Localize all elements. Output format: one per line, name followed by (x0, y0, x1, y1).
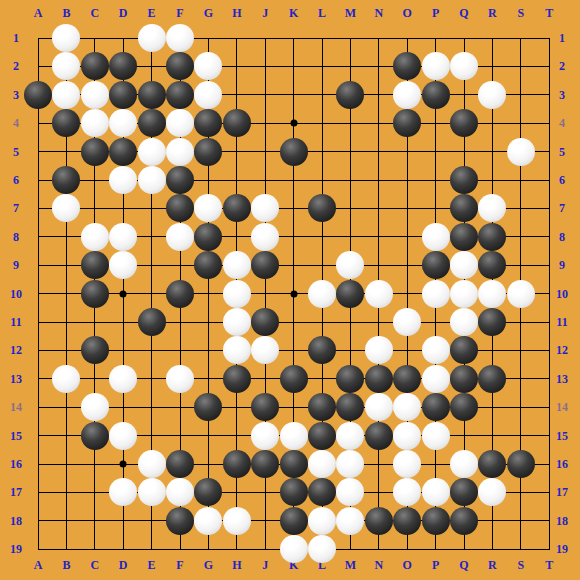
stone-black-L17[interactable] (308, 478, 336, 506)
stone-white-G7[interactable] (194, 194, 222, 222)
stone-white-O3[interactable] (393, 81, 421, 109)
stone-black-C2[interactable] (81, 52, 109, 80)
stone-black-G8[interactable] (194, 223, 222, 251)
star-point-K4 (290, 120, 297, 127)
stone-white-F4[interactable] (166, 109, 194, 137)
stone-white-F8[interactable] (166, 223, 194, 251)
coord-top-H: H (232, 7, 241, 19)
coord-top-M: M (345, 7, 356, 19)
stone-black-K16[interactable] (280, 450, 308, 478)
stone-black-H13[interactable] (223, 365, 251, 393)
stone-white-M15[interactable] (336, 422, 364, 450)
stone-white-L16[interactable] (308, 450, 336, 478)
coord-left-10: 10 (10, 288, 22, 300)
stone-black-H16[interactable] (223, 450, 251, 478)
stone-black-G5[interactable] (194, 138, 222, 166)
coord-left-13: 13 (10, 373, 22, 385)
stone-white-K19[interactable] (280, 535, 308, 563)
coord-right-6: 6 (559, 174, 565, 186)
stone-white-P15[interactable] (422, 422, 450, 450)
stone-white-J8[interactable] (251, 223, 279, 251)
stone-white-L10[interactable] (308, 280, 336, 308)
stone-black-C10[interactable] (81, 280, 109, 308)
stone-white-E1[interactable] (138, 24, 166, 52)
stone-black-E4[interactable] (138, 109, 166, 137)
stone-white-N10[interactable] (365, 280, 393, 308)
stone-black-Q18[interactable] (450, 507, 478, 535)
stone-black-Q14[interactable] (450, 393, 478, 421)
stone-black-G4[interactable] (194, 109, 222, 137)
stone-black-L12[interactable] (308, 336, 336, 364)
coord-right-9: 9 (559, 259, 565, 271)
stone-white-S10[interactable] (507, 280, 535, 308)
star-point-D16 (120, 461, 127, 468)
coord-left-6: 6 (13, 174, 19, 186)
stone-black-L15[interactable] (308, 422, 336, 450)
coord-right-19: 19 (556, 543, 568, 555)
stone-white-F5[interactable] (166, 138, 194, 166)
stone-white-C8[interactable] (81, 223, 109, 251)
coord-bottom-M: M (345, 559, 356, 571)
stone-white-M18[interactable] (336, 507, 364, 535)
stone-black-C5[interactable] (81, 138, 109, 166)
stone-black-Q17[interactable] (450, 478, 478, 506)
stone-black-O4[interactable] (393, 109, 421, 137)
stone-black-R8[interactable] (478, 223, 506, 251)
stone-white-Q9[interactable] (450, 251, 478, 279)
stone-black-K5[interactable] (280, 138, 308, 166)
coord-top-C: C (90, 7, 99, 19)
coord-bottom-B: B (62, 559, 70, 571)
goban[interactable]: AABBCCDDEEFFGGHHJJKKLLMMNNOOPPQQRRSSTT11… (0, 0, 580, 580)
stone-black-P14[interactable] (422, 393, 450, 421)
stone-black-Q6[interactable] (450, 166, 478, 194)
stone-black-P18[interactable] (422, 507, 450, 535)
stone-white-L18[interactable] (308, 507, 336, 535)
stone-white-B1[interactable] (52, 24, 80, 52)
coord-bottom-E: E (148, 559, 156, 571)
stone-white-O17[interactable] (393, 478, 421, 506)
stone-white-P2[interactable] (422, 52, 450, 80)
stone-black-K18[interactable] (280, 507, 308, 535)
coord-left-12: 12 (10, 344, 22, 356)
stone-white-M16[interactable] (336, 450, 364, 478)
stone-white-G18[interactable] (194, 507, 222, 535)
coord-right-15: 15 (556, 430, 568, 442)
coord-left-18: 18 (10, 515, 22, 527)
coord-top-R: R (488, 7, 497, 19)
coord-bottom-J: J (262, 559, 268, 571)
coord-left-8: 8 (13, 231, 19, 243)
stone-white-O16[interactable] (393, 450, 421, 478)
stone-black-B4[interactable] (52, 109, 80, 137)
coord-right-5: 5 (559, 146, 565, 158)
star-point-D10 (120, 290, 127, 297)
stone-white-O15[interactable] (393, 422, 421, 450)
stone-white-G2[interactable] (194, 52, 222, 80)
stone-black-S16[interactable] (507, 450, 535, 478)
stone-white-O14[interactable] (393, 393, 421, 421)
coord-left-1: 1 (13, 32, 19, 44)
stone-white-D8[interactable] (109, 223, 137, 251)
stone-black-O13[interactable] (393, 365, 421, 393)
coord-bottom-D: D (119, 559, 128, 571)
coord-left-16: 16 (10, 458, 22, 470)
coord-top-N: N (374, 7, 383, 19)
coord-top-Q: Q (459, 7, 468, 19)
coord-left-7: 7 (13, 202, 19, 214)
stone-black-Q13[interactable] (450, 365, 478, 393)
stone-white-H9[interactable] (223, 251, 251, 279)
stone-black-G14[interactable] (194, 393, 222, 421)
coord-right-17: 17 (556, 486, 568, 498)
stone-white-Q11[interactable] (450, 308, 478, 336)
stone-white-E16[interactable] (138, 450, 166, 478)
stone-black-M3[interactable] (336, 81, 364, 109)
stone-black-D5[interactable] (109, 138, 137, 166)
stone-white-B7[interactable] (52, 194, 80, 222)
stone-white-P13[interactable] (422, 365, 450, 393)
coord-bottom-S: S (517, 559, 524, 571)
stone-white-D15[interactable] (109, 422, 137, 450)
coord-bottom-O: O (403, 559, 412, 571)
stone-black-F6[interactable] (166, 166, 194, 194)
stone-black-C9[interactable] (81, 251, 109, 279)
coord-top-A: A (34, 7, 43, 19)
stone-black-R11[interactable] (478, 308, 506, 336)
stone-white-O11[interactable] (393, 308, 421, 336)
stone-black-C15[interactable] (81, 422, 109, 450)
coord-left-5: 5 (13, 146, 19, 158)
coord-right-8: 8 (559, 231, 565, 243)
stone-white-M9[interactable] (336, 251, 364, 279)
stone-black-J11[interactable] (251, 308, 279, 336)
coord-left-9: 9 (13, 259, 19, 271)
stone-black-M10[interactable] (336, 280, 364, 308)
stone-black-D2[interactable] (109, 52, 137, 80)
stone-white-Q10[interactable] (450, 280, 478, 308)
stone-white-B3[interactable] (52, 81, 80, 109)
stone-black-F10[interactable] (166, 280, 194, 308)
coord-top-T: T (545, 7, 553, 19)
stone-black-P3[interactable] (422, 81, 450, 109)
stone-black-J14[interactable] (251, 393, 279, 421)
coord-top-K: K (289, 7, 298, 19)
stone-black-E11[interactable] (138, 308, 166, 336)
coord-bottom-N: N (374, 559, 383, 571)
coord-top-F: F (176, 7, 183, 19)
stone-white-S5[interactable] (507, 138, 535, 166)
stone-white-D13[interactable] (109, 365, 137, 393)
coord-right-18: 18 (556, 515, 568, 527)
stone-white-G3[interactable] (194, 81, 222, 109)
stone-black-A3[interactable] (24, 81, 52, 109)
coord-left-19: 19 (10, 543, 22, 555)
coord-bottom-A: A (34, 559, 43, 571)
stone-black-F2[interactable] (166, 52, 194, 80)
coord-bottom-P: P (432, 559, 439, 571)
stone-black-F7[interactable] (166, 194, 194, 222)
coord-right-13: 13 (556, 373, 568, 385)
stone-white-M17[interactable] (336, 478, 364, 506)
stone-black-J9[interactable] (251, 251, 279, 279)
stone-black-M14[interactable] (336, 393, 364, 421)
coord-bottom-H: H (232, 559, 241, 571)
stone-white-C4[interactable] (81, 109, 109, 137)
stone-white-D17[interactable] (109, 478, 137, 506)
stone-white-P17[interactable] (422, 478, 450, 506)
coord-left-17: 17 (10, 486, 22, 498)
stone-black-E3[interactable] (138, 81, 166, 109)
stone-white-Q16[interactable] (450, 450, 478, 478)
stone-black-N15[interactable] (365, 422, 393, 450)
coord-right-16: 16 (556, 458, 568, 470)
coord-top-O: O (403, 7, 412, 19)
stone-black-Q8[interactable] (450, 223, 478, 251)
coord-top-E: E (148, 7, 156, 19)
grid-line-vertical (549, 38, 550, 550)
stone-black-F16[interactable] (166, 450, 194, 478)
stone-black-F18[interactable] (166, 507, 194, 535)
stone-black-H7[interactable] (223, 194, 251, 222)
stone-white-J7[interactable] (251, 194, 279, 222)
stone-white-K15[interactable] (280, 422, 308, 450)
stone-white-H18[interactable] (223, 507, 251, 535)
coord-right-12: 12 (556, 344, 568, 356)
coord-right-1: 1 (559, 32, 565, 44)
stone-white-D6[interactable] (109, 166, 137, 194)
star-point-K10 (290, 290, 297, 297)
stone-white-E17[interactable] (138, 478, 166, 506)
stone-black-R9[interactable] (478, 251, 506, 279)
coord-right-3: 3 (559, 89, 565, 101)
coord-top-D: D (119, 7, 128, 19)
stone-white-D9[interactable] (109, 251, 137, 279)
stone-white-R10[interactable] (478, 280, 506, 308)
stone-black-O2[interactable] (393, 52, 421, 80)
stone-black-G17[interactable] (194, 478, 222, 506)
coord-top-S: S (517, 7, 524, 19)
coord-right-4: 4 (559, 117, 565, 129)
stone-black-G9[interactable] (194, 251, 222, 279)
stone-black-H4[interactable] (223, 109, 251, 137)
stone-white-C3[interactable] (81, 81, 109, 109)
coord-top-G: G (204, 7, 213, 19)
stone-white-R7[interactable] (478, 194, 506, 222)
coord-right-14: 14 (556, 401, 568, 413)
coord-bottom-F: F (176, 559, 183, 571)
coord-left-3: 3 (13, 89, 19, 101)
coord-right-11: 11 (556, 316, 567, 328)
coord-bottom-R: R (488, 559, 497, 571)
stone-white-Q2[interactable] (450, 52, 478, 80)
coord-left-15: 15 (10, 430, 22, 442)
stone-black-Q4[interactable] (450, 109, 478, 137)
coord-top-B: B (62, 7, 70, 19)
stone-white-J15[interactable] (251, 422, 279, 450)
coord-left-4: 4 (13, 117, 19, 129)
coord-top-P: P (432, 7, 439, 19)
stone-black-Q7[interactable] (450, 194, 478, 222)
stone-white-B2[interactable] (52, 52, 80, 80)
stone-black-R13[interactable] (478, 365, 506, 393)
stone-white-D4[interactable] (109, 109, 137, 137)
stone-white-E5[interactable] (138, 138, 166, 166)
stone-white-F1[interactable] (166, 24, 194, 52)
coord-bottom-T: T (545, 559, 553, 571)
stone-white-F17[interactable] (166, 478, 194, 506)
stone-black-Q12[interactable] (450, 336, 478, 364)
stone-white-C14[interactable] (81, 393, 109, 421)
stone-black-P9[interactable] (422, 251, 450, 279)
coord-top-J: J (262, 7, 268, 19)
stone-white-J12[interactable] (251, 336, 279, 364)
stone-white-P10[interactable] (422, 280, 450, 308)
stone-white-R17[interactable] (478, 478, 506, 506)
stone-black-B6[interactable] (52, 166, 80, 194)
stone-white-B13[interactable] (52, 365, 80, 393)
coord-right-7: 7 (559, 202, 565, 214)
stone-white-H10[interactable] (223, 280, 251, 308)
stone-white-N12[interactable] (365, 336, 393, 364)
stone-black-M13[interactable] (336, 365, 364, 393)
stone-black-D3[interactable] (109, 81, 137, 109)
stone-black-R16[interactable] (478, 450, 506, 478)
coord-left-2: 2 (13, 60, 19, 72)
stone-white-R3[interactable] (478, 81, 506, 109)
coord-right-2: 2 (559, 60, 565, 72)
stone-black-K13[interactable] (280, 365, 308, 393)
stone-black-F3[interactable] (166, 81, 194, 109)
stone-white-P8[interactable] (422, 223, 450, 251)
stone-white-F13[interactable] (166, 365, 194, 393)
stone-white-H11[interactable] (223, 308, 251, 336)
coord-bottom-Q: Q (459, 559, 468, 571)
coord-left-11: 11 (10, 316, 21, 328)
coord-left-14: 14 (10, 401, 22, 413)
stone-black-O18[interactable] (393, 507, 421, 535)
coord-right-10: 10 (556, 288, 568, 300)
stone-black-N18[interactable] (365, 507, 393, 535)
coord-top-L: L (318, 7, 326, 19)
stone-black-K17[interactable] (280, 478, 308, 506)
stone-black-J16[interactable] (251, 450, 279, 478)
stone-white-N14[interactable] (365, 393, 393, 421)
stone-white-E6[interactable] (138, 166, 166, 194)
coord-bottom-C: C (90, 559, 99, 571)
stone-white-H12[interactable] (223, 336, 251, 364)
stone-white-P12[interactable] (422, 336, 450, 364)
stone-black-C12[interactable] (81, 336, 109, 364)
stone-black-L7[interactable] (308, 194, 336, 222)
stone-black-L14[interactable] (308, 393, 336, 421)
coord-bottom-G: G (204, 559, 213, 571)
stone-white-L19[interactable] (308, 535, 336, 563)
stone-black-N13[interactable] (365, 365, 393, 393)
